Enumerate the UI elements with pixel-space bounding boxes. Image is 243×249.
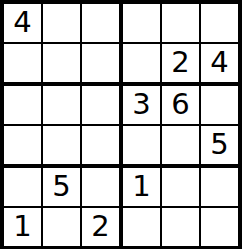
sudoku-cell-r5c6[interactable] (201, 168, 238, 208)
sudoku-board: 4243655112 (0, 0, 242, 249)
sudoku-cell-r3c1[interactable] (4, 86, 43, 126)
sudoku-cell-r2c1[interactable] (4, 44, 43, 86)
sudoku-cell-r1c6[interactable] (201, 4, 238, 44)
sudoku-cell-r6c1[interactable]: 1 (4, 208, 43, 246)
sudoku-cell-r6c4[interactable] (123, 208, 162, 246)
sudoku-cell-r2c4[interactable] (123, 44, 162, 86)
sudoku-cell-r4c1[interactable] (4, 126, 43, 168)
sudoku-cell-r1c5[interactable] (162, 4, 201, 44)
sudoku-cell-r5c2[interactable]: 5 (43, 168, 82, 208)
sudoku-cell-r6c2[interactable] (43, 208, 82, 246)
sudoku-cell-r4c4[interactable] (123, 126, 162, 168)
sudoku-cell-r3c6[interactable] (201, 86, 238, 126)
sudoku-cell-r5c1[interactable] (4, 168, 43, 208)
sudoku-cell-r6c3[interactable]: 2 (82, 208, 123, 246)
sudoku-cell-r2c5[interactable]: 2 (162, 44, 201, 86)
sudoku-cell-r3c2[interactable] (43, 86, 82, 126)
sudoku-cell-r5c4[interactable]: 1 (123, 168, 162, 208)
sudoku-cell-r4c5[interactable] (162, 126, 201, 168)
sudoku-cell-r2c2[interactable] (43, 44, 82, 86)
sudoku-cell-r1c1[interactable]: 4 (4, 4, 43, 44)
sudoku-cell-r6c5[interactable] (162, 208, 201, 246)
sudoku-cell-r6c6[interactable] (201, 208, 238, 246)
sudoku-cell-r4c3[interactable] (82, 126, 123, 168)
sudoku-cell-r1c3[interactable] (82, 4, 123, 44)
sudoku-cell-r3c4[interactable]: 3 (123, 86, 162, 126)
sudoku-cell-r1c2[interactable] (43, 4, 82, 44)
sudoku-cell-r2c3[interactable] (82, 44, 123, 86)
sudoku-cell-r4c6[interactable]: 5 (201, 126, 238, 168)
sudoku-cell-r4c2[interactable] (43, 126, 82, 168)
sudoku-cell-r5c5[interactable] (162, 168, 201, 208)
sudoku-cell-r1c4[interactable] (123, 4, 162, 44)
sudoku-cell-r2c6[interactable]: 4 (201, 44, 238, 86)
sudoku-cell-r3c3[interactable] (82, 86, 123, 126)
sudoku-cell-r3c5[interactable]: 6 (162, 86, 201, 126)
sudoku-cell-r5c3[interactable] (82, 168, 123, 208)
